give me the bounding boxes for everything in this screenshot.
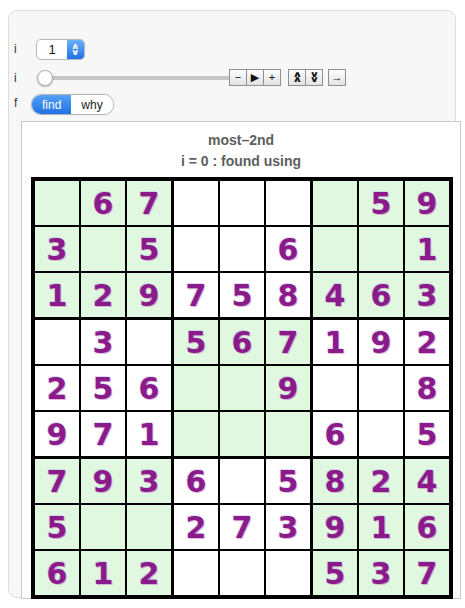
sudoku-cell-r1c9: 9 — [405, 181, 449, 225]
sudoku-box-2-2: 5679 — [174, 320, 310, 456]
sudoku-cell-r4c1 — [35, 320, 79, 364]
sudoku-cell-r6c2: 7 — [81, 412, 125, 456]
sudoku-cell-r6c6 — [266, 412, 310, 456]
sudoku-cell-r2c3: 5 — [127, 227, 171, 271]
sudoku-cell-r6c3: 1 — [127, 412, 171, 456]
sudoku-cell-r5c1: 2 — [35, 366, 79, 410]
sudoku-box-1-2: 6758 — [174, 181, 310, 317]
play-button-icon: ▶ — [251, 72, 259, 83]
sudoku-cell-r2c1: 3 — [35, 227, 79, 271]
sudoku-cell-r9c6 — [266, 551, 310, 595]
sudoku-cell-r1c8: 5 — [359, 181, 403, 225]
faster-button[interactable]: + — [263, 69, 281, 86]
sudoku-cell-r3c2: 2 — [81, 273, 125, 317]
sudoku-cell-r4c9: 2 — [405, 320, 449, 364]
spinner-label: i — [14, 43, 17, 56]
sudoku-cell-r7c9: 4 — [405, 459, 449, 503]
slider-track[interactable] — [39, 76, 231, 80]
step-forward-button-icon: ∨ — [309, 78, 319, 83]
spinner-value: 1 — [37, 40, 67, 59]
sudoku-cell-r2c7 — [313, 227, 357, 271]
step-back-button-icon: ∧ — [292, 78, 302, 83]
step-forward-button[interactable]: ∨∨ — [305, 69, 323, 86]
sudoku-cell-r1c6 — [266, 181, 310, 225]
sudoku-cell-r3c3: 9 — [127, 273, 171, 317]
sudoku-cell-r6c9: 5 — [405, 412, 449, 456]
sudoku-cell-r5c5 — [220, 366, 264, 410]
sudoku-cell-r5c2: 5 — [81, 366, 125, 410]
sudoku-cell-r2c6: 6 — [266, 227, 310, 271]
sudoku-cell-r9c3: 2 — [127, 551, 171, 595]
sudoku-cell-r1c1 — [35, 181, 79, 225]
sudoku-cell-r4c4: 5 — [174, 320, 218, 364]
sudoku-cell-r4c2: 3 — [81, 320, 125, 364]
sudoku-cell-r3c9: 3 — [405, 273, 449, 317]
sudoku-cell-r3c8: 6 — [359, 273, 403, 317]
sudoku-cell-r5c9: 8 — [405, 366, 449, 410]
slower-button[interactable]: − — [229, 69, 247, 86]
panel-title: most–2nd — [22, 132, 460, 148]
sudoku-cell-r4c6: 7 — [266, 320, 310, 364]
slower-button-icon: − — [235, 72, 241, 83]
sudoku-cell-r8c8: 1 — [359, 505, 403, 549]
sudoku-cell-r9c4 — [174, 551, 218, 595]
sudoku-cell-r8c2 — [81, 505, 125, 549]
sudoku-cell-r6c1: 9 — [35, 412, 79, 456]
sudoku-cell-r2c9: 1 — [405, 227, 449, 271]
animation-buttons-main: −▶+ — [229, 69, 281, 86]
sudoku-cell-r8c3 — [127, 505, 171, 549]
panel-subtitle: i = 0 : found using — [22, 153, 460, 169]
sudoku-cell-r4c5: 6 — [220, 320, 264, 364]
sudoku-cell-r6c7: 6 — [313, 412, 357, 456]
sudoku-cell-r3c5: 5 — [220, 273, 264, 317]
sudoku-cell-r1c3: 7 — [127, 181, 171, 225]
sudoku-cell-r7c5 — [220, 459, 264, 503]
animation-buttons-direction: → — [328, 69, 346, 86]
slider-label: i — [14, 72, 17, 85]
sudoku-cell-r4c3 — [127, 320, 171, 364]
sudoku-cell-r7c8: 2 — [359, 459, 403, 503]
sudoku-box-1-1: 6735129 — [35, 181, 171, 317]
sudoku-cell-r8c4: 2 — [174, 505, 218, 549]
sudoku-cell-r8c9: 6 — [405, 505, 449, 549]
sudoku-box-3-3: 824916537 — [313, 459, 449, 595]
sudoku-cell-r3c7: 4 — [313, 273, 357, 317]
sudoku-cell-r6c5 — [220, 412, 264, 456]
sudoku-cell-r5c3: 6 — [127, 366, 171, 410]
sudoku-cell-r5c8 — [359, 366, 403, 410]
sudoku-cell-r8c1: 5 — [35, 505, 79, 549]
find-why-toggle[interactable]: findwhy — [31, 94, 114, 115]
sudoku-cell-r7c7: 8 — [313, 459, 357, 503]
sudoku-cell-r9c2: 1 — [81, 551, 125, 595]
sudoku-box-2-1: 3256971 — [35, 320, 171, 456]
sudoku-cell-r6c4 — [174, 412, 218, 456]
sudoku-cell-r7c1: 7 — [35, 459, 79, 503]
sudoku-cell-r1c4 — [174, 181, 218, 225]
toggle-label: f — [14, 97, 17, 110]
sudoku-cell-r9c5 — [220, 551, 264, 595]
sudoku-cell-r9c8: 3 — [359, 551, 403, 595]
manipulate-frame: i 1 ∧ ∨ i −▶+ ∧∧∨∨ → f findwhy most–2nd … — [8, 10, 456, 598]
direction-button[interactable]: → — [328, 69, 346, 86]
iteration-spinner[interactable]: 1 ∧ ∨ — [36, 39, 85, 60]
toggle-option-why[interactable]: why — [71, 95, 112, 114]
toggle-option-find[interactable]: find — [32, 95, 71, 114]
sudoku-cell-r7c6: 5 — [266, 459, 310, 503]
sudoku-cell-r9c1: 6 — [35, 551, 79, 595]
direction-button-icon: → — [332, 72, 343, 83]
sudoku-cell-r3c6: 8 — [266, 273, 310, 317]
display-panel: most–2nd i = 0 : found using 67351296758… — [21, 121, 461, 599]
sudoku-cell-r3c4: 7 — [174, 273, 218, 317]
sudoku-cell-r4c8: 9 — [359, 320, 403, 364]
sudoku-cell-r1c2: 6 — [81, 181, 125, 225]
sudoku-cell-r7c2: 9 — [81, 459, 125, 503]
sudoku-box-2-3: 192865 — [313, 320, 449, 456]
manipulate-window: i 1 ∧ ∨ i −▶+ ∧∧∨∨ → f findwhy most–2nd … — [0, 0, 465, 608]
sudoku-box-3-2: 65273 — [174, 459, 310, 595]
sudoku-cell-r3c1: 1 — [35, 273, 79, 317]
spinner-stepper[interactable]: ∧ ∨ — [67, 40, 84, 59]
sudoku-cell-r9c7: 5 — [313, 551, 357, 595]
spinner-down-icon[interactable]: ∨ — [71, 50, 79, 56]
sudoku-cell-r2c2 — [81, 227, 125, 271]
sudoku-cell-r2c5 — [220, 227, 264, 271]
sudoku-cell-r1c7 — [313, 181, 357, 225]
faster-button-icon: + — [269, 72, 275, 83]
sudoku-cell-r7c3: 3 — [127, 459, 171, 503]
sudoku-cell-r8c5: 7 — [220, 505, 264, 549]
sudoku-cell-r5c4 — [174, 366, 218, 410]
sudoku-cell-r7c4: 6 — [174, 459, 218, 503]
sudoku-cell-r8c6: 3 — [266, 505, 310, 549]
step-back-button[interactable]: ∧∧ — [288, 69, 306, 86]
sudoku-cell-r2c4 — [174, 227, 218, 271]
sudoku-cell-r9c9: 7 — [405, 551, 449, 595]
sudoku-cell-r4c7: 1 — [313, 320, 357, 364]
sudoku-cell-r5c6: 9 — [266, 366, 310, 410]
sudoku-cell-r5c7 — [313, 366, 357, 410]
sudoku-box-1-3: 591463 — [313, 181, 449, 317]
sudoku-box-3-1: 7935612 — [35, 459, 171, 595]
animation-buttons-step: ∧∧∨∨ — [288, 69, 323, 86]
sudoku-cell-r8c7: 9 — [313, 505, 357, 549]
sudoku-cell-r1c5 — [220, 181, 264, 225]
slider-thumb[interactable] — [37, 70, 53, 86]
sudoku-board: 6735129675859146332569715679192865793561… — [31, 177, 453, 599]
sudoku-cell-r6c8 — [359, 412, 403, 456]
sudoku-cell-r2c8 — [359, 227, 403, 271]
play-button[interactable]: ▶ — [246, 69, 264, 86]
